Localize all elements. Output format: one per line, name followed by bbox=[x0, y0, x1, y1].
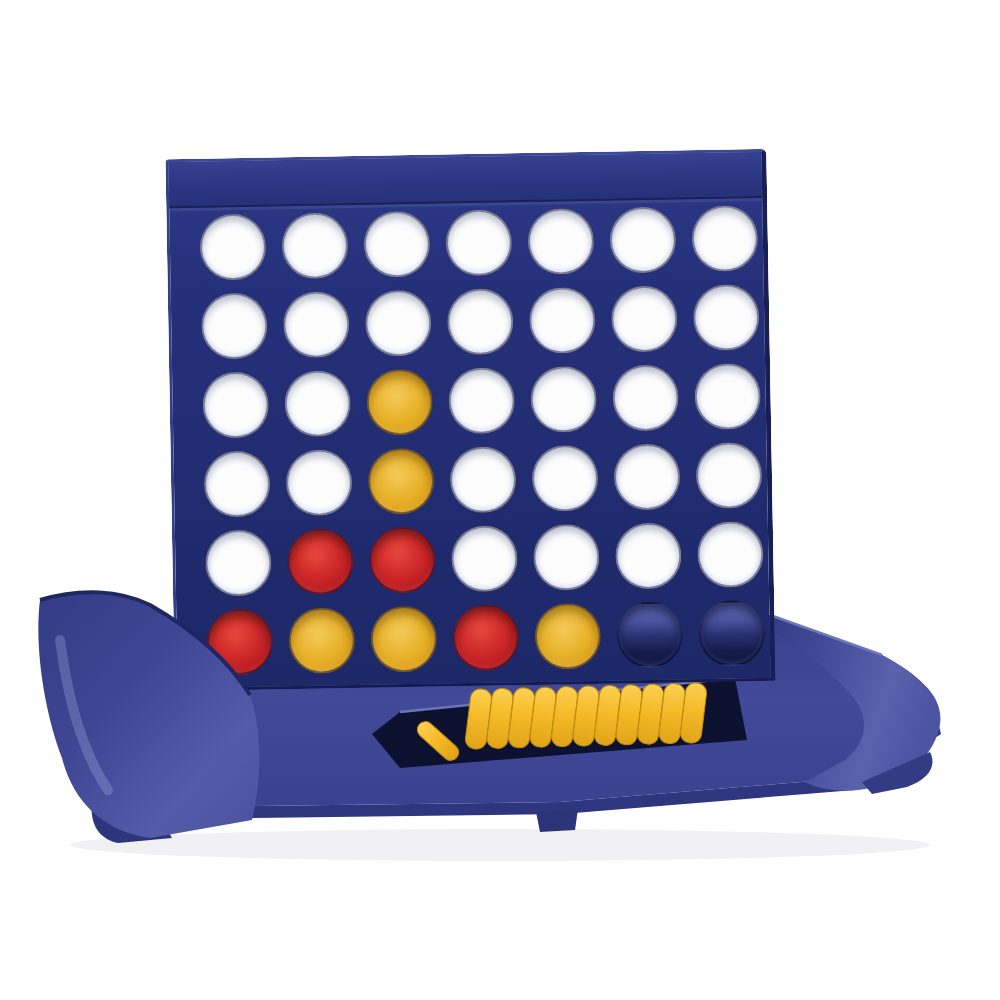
board-cell-r6-c3[interactable] bbox=[362, 598, 445, 678]
empty-hole bbox=[201, 292, 268, 359]
empty-hole bbox=[697, 520, 764, 587]
empty-hole bbox=[694, 362, 761, 429]
board-cell-r6-c7[interactable] bbox=[690, 593, 773, 673]
board-cell-r1-c4[interactable] bbox=[437, 202, 520, 282]
empty-hole bbox=[202, 371, 269, 438]
connect-four-game-photo bbox=[0, 0, 1000, 1000]
board-cell-r5-c6[interactable] bbox=[607, 515, 690, 595]
board-cell-r3-c4[interactable] bbox=[440, 360, 523, 440]
board-cell-r1-c5[interactable] bbox=[519, 201, 602, 281]
board-cell-r5-c5[interactable] bbox=[525, 517, 608, 597]
empty-hole bbox=[615, 522, 682, 589]
board-cell-r5-c7[interactable] bbox=[689, 514, 772, 594]
board-cell-r6-c5[interactable] bbox=[526, 596, 609, 676]
board-cell-r3-c5[interactable] bbox=[522, 359, 605, 439]
board-cell-r6-c6[interactable] bbox=[608, 594, 691, 674]
board-cell-r1-c6[interactable] bbox=[601, 199, 684, 279]
empty-hole bbox=[448, 367, 515, 434]
yellow-disc bbox=[366, 368, 433, 435]
board-cell-r2-c7[interactable] bbox=[685, 277, 768, 357]
board-cell-r1-c2[interactable] bbox=[273, 205, 356, 285]
empty-hole bbox=[204, 450, 271, 517]
board-cell-r4-c7[interactable] bbox=[687, 435, 770, 515]
empty-hole bbox=[527, 207, 594, 274]
empty-hole bbox=[199, 213, 266, 280]
empty-hole bbox=[616, 601, 683, 668]
board-cell-r1-c7[interactable] bbox=[683, 198, 766, 278]
board-cell-r5-c3[interactable] bbox=[361, 519, 444, 599]
empty-hole bbox=[695, 441, 762, 508]
yellow-disc bbox=[367, 447, 434, 514]
board-cell-r2-c6[interactable] bbox=[603, 278, 686, 358]
board-frame bbox=[165, 149, 775, 691]
red-disc bbox=[369, 526, 436, 593]
empty-hole bbox=[447, 288, 514, 355]
board-cell-r4-c6[interactable] bbox=[605, 436, 688, 516]
board-cell-r3-c7[interactable] bbox=[686, 356, 769, 436]
empty-hole bbox=[698, 599, 765, 666]
board-cell-r1-c3[interactable] bbox=[355, 204, 438, 284]
empty-hole bbox=[445, 209, 512, 276]
empty-hole bbox=[611, 285, 678, 352]
board-cell-r2-c4[interactable] bbox=[439, 281, 522, 361]
board-cell-r1-c1[interactable] bbox=[191, 206, 274, 286]
board-cell-r5-c2[interactable] bbox=[279, 521, 362, 601]
board-cell-r4-c4[interactable] bbox=[441, 439, 524, 519]
empty-hole bbox=[365, 289, 432, 356]
yellow-disc bbox=[534, 602, 601, 669]
red-disc bbox=[452, 604, 519, 671]
empty-hole bbox=[363, 210, 430, 277]
empty-hole bbox=[285, 449, 352, 516]
board-cell-r3-c6[interactable] bbox=[604, 357, 687, 437]
yellow-disc bbox=[288, 607, 355, 674]
empty-hole bbox=[205, 529, 272, 596]
empty-hole bbox=[530, 365, 597, 432]
board-cell-r6-c4[interactable] bbox=[444, 597, 527, 677]
empty-hole bbox=[612, 364, 679, 431]
board-cell-r4-c1[interactable] bbox=[195, 443, 278, 523]
board-cell-r3-c1[interactable] bbox=[194, 364, 277, 444]
empty-hole bbox=[531, 444, 598, 511]
board-grid bbox=[191, 198, 773, 682]
board-cell-r2-c1[interactable] bbox=[193, 285, 276, 365]
board-cell-r3-c2[interactable] bbox=[276, 363, 359, 443]
board-cell-r3-c3[interactable] bbox=[358, 362, 441, 442]
board-cell-r5-c1[interactable] bbox=[197, 522, 280, 602]
board-cell-r6-c1[interactable] bbox=[198, 601, 281, 681]
empty-hole bbox=[281, 212, 348, 279]
yellow-disc bbox=[370, 605, 437, 672]
base-middle-foot bbox=[536, 809, 578, 832]
empty-hole bbox=[451, 525, 518, 592]
board-cell-r6-c2[interactable] bbox=[280, 600, 363, 680]
empty-hole bbox=[529, 286, 596, 353]
red-disc bbox=[287, 528, 354, 595]
empty-hole bbox=[693, 283, 760, 350]
tray-disc-stack[interactable] bbox=[464, 682, 707, 750]
red-disc bbox=[206, 608, 273, 675]
board-cell-r4-c3[interactable] bbox=[359, 441, 442, 521]
board-cell-r2-c3[interactable] bbox=[357, 283, 440, 363]
board-cell-r4-c2[interactable] bbox=[277, 442, 360, 522]
board-cell-r2-c5[interactable] bbox=[521, 280, 604, 360]
ground-shadow bbox=[70, 829, 930, 861]
empty-hole bbox=[449, 446, 516, 513]
empty-hole bbox=[609, 206, 676, 273]
empty-hole bbox=[691, 204, 758, 271]
empty-hole bbox=[533, 523, 600, 590]
empty-hole bbox=[613, 443, 680, 510]
board-cell-r5-c4[interactable] bbox=[443, 518, 526, 598]
empty-hole bbox=[283, 291, 350, 358]
board-cell-r2-c2[interactable] bbox=[275, 284, 358, 364]
board-cell-r4-c5[interactable] bbox=[523, 438, 606, 518]
empty-hole bbox=[284, 370, 351, 437]
